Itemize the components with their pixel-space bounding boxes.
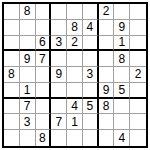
cell-r8c8-empty[interactable] xyxy=(114,114,130,130)
cell-r7c9-empty[interactable] xyxy=(130,99,146,115)
cell-r9c5-empty[interactable] xyxy=(67,130,83,146)
cell-r9c6-empty[interactable] xyxy=(83,130,99,146)
cell-r5c5-empty[interactable] xyxy=(67,67,83,83)
cell-r2c1-empty[interactable] xyxy=(4,20,20,36)
cell-r5c4-given: 9 xyxy=(51,67,67,83)
cell-r3c1-empty[interactable] xyxy=(4,36,20,52)
cell-r3c6-empty[interactable] xyxy=(83,36,99,52)
cell-r8c6-empty[interactable] xyxy=(83,114,99,130)
cell-r2c7-empty[interactable] xyxy=(99,20,115,36)
cell-r1c6-empty[interactable] xyxy=(83,4,99,20)
cell-r8c4-given: 7 xyxy=(51,114,67,130)
cell-r1c3-empty[interactable] xyxy=(36,4,52,20)
cell-r8c3-empty[interactable] xyxy=(36,114,52,130)
cell-r7c6-given: 5 xyxy=(83,99,99,115)
cell-r1c7-given: 2 xyxy=(99,4,115,20)
cell-r2c5-given: 8 xyxy=(67,20,83,36)
cell-r5c2-empty[interactable] xyxy=(20,67,36,83)
cell-r8c2-given: 3 xyxy=(20,114,36,130)
cell-r5c6-given: 3 xyxy=(83,67,99,83)
cell-r7c4-empty[interactable] xyxy=(51,99,67,115)
cell-r7c2-given: 7 xyxy=(20,99,36,115)
sudoku-page: 8284963219788932195745837184 xyxy=(0,0,150,150)
cell-r1c5-empty[interactable] xyxy=(67,4,83,20)
cell-r7c1-empty[interactable] xyxy=(4,99,20,115)
cell-r4c4-empty[interactable] xyxy=(51,51,67,67)
cell-r4c8-given: 8 xyxy=(114,51,130,67)
cell-r1c8-empty[interactable] xyxy=(114,4,130,20)
cell-r7c7-given: 8 xyxy=(99,99,115,115)
cell-r3c4-given: 3 xyxy=(51,36,67,52)
cell-r8c9-empty[interactable] xyxy=(130,114,146,130)
cell-r5c9-given: 2 xyxy=(130,67,146,83)
cell-r7c3-empty[interactable] xyxy=(36,99,52,115)
cell-r9c1-empty[interactable] xyxy=(4,130,20,146)
cell-r2c6-given: 4 xyxy=(83,20,99,36)
cell-r3c5-given: 2 xyxy=(67,36,83,52)
cell-r4c3-given: 7 xyxy=(36,51,52,67)
cell-r6c4-empty[interactable] xyxy=(51,83,67,99)
cell-r1c9-empty[interactable] xyxy=(130,4,146,20)
cell-r9c9-empty[interactable] xyxy=(130,130,146,146)
cell-r6c5-empty[interactable] xyxy=(67,83,83,99)
cell-r2c8-given: 9 xyxy=(114,20,130,36)
cell-r3c2-empty[interactable] xyxy=(20,36,36,52)
cell-r9c7-empty[interactable] xyxy=(99,130,115,146)
cell-r2c9-empty[interactable] xyxy=(130,20,146,36)
cell-r6c8-given: 5 xyxy=(114,83,130,99)
cell-r9c8-given: 4 xyxy=(114,130,130,146)
cell-r8c5-given: 1 xyxy=(67,114,83,130)
cell-r4c1-empty[interactable] xyxy=(4,51,20,67)
cell-r4c9-empty[interactable] xyxy=(130,51,146,67)
cell-r5c7-empty[interactable] xyxy=(99,67,115,83)
cell-r4c6-empty[interactable] xyxy=(83,51,99,67)
cell-r4c5-empty[interactable] xyxy=(67,51,83,67)
cell-r6c1-empty[interactable] xyxy=(4,83,20,99)
cell-r3c3-given: 6 xyxy=(36,36,52,52)
cell-r8c7-empty[interactable] xyxy=(99,114,115,130)
cell-r6c6-empty[interactable] xyxy=(83,83,99,99)
cell-r8c1-empty[interactable] xyxy=(4,114,20,130)
cell-r2c2-empty[interactable] xyxy=(20,20,36,36)
cell-r3c7-empty[interactable] xyxy=(99,36,115,52)
cell-r6c3-empty[interactable] xyxy=(36,83,52,99)
cell-r4c7-empty[interactable] xyxy=(99,51,115,67)
cell-r2c4-empty[interactable] xyxy=(51,20,67,36)
cell-r3c9-empty[interactable] xyxy=(130,36,146,52)
cell-r9c2-empty[interactable] xyxy=(20,130,36,146)
cell-r6c2-given: 1 xyxy=(20,83,36,99)
cell-r9c3-given: 8 xyxy=(36,130,52,146)
cell-r5c1-given: 8 xyxy=(4,67,20,83)
sudoku-board: 8284963219788932195745837184 xyxy=(2,2,148,148)
cell-r5c3-empty[interactable] xyxy=(36,67,52,83)
cell-r2c3-empty[interactable] xyxy=(36,20,52,36)
cell-r6c9-empty[interactable] xyxy=(130,83,146,99)
cell-r9c4-empty[interactable] xyxy=(51,130,67,146)
cell-r1c1-empty[interactable] xyxy=(4,4,20,20)
cell-r4c2-given: 9 xyxy=(20,51,36,67)
cell-r6c7-given: 9 xyxy=(99,83,115,99)
cell-r5c8-empty[interactable] xyxy=(114,67,130,83)
cell-r1c2-given: 8 xyxy=(20,4,36,20)
cell-r1c4-empty[interactable] xyxy=(51,4,67,20)
cell-r3c8-given: 1 xyxy=(114,36,130,52)
cell-r7c8-empty[interactable] xyxy=(114,99,130,115)
cell-r7c5-given: 4 xyxy=(67,99,83,115)
